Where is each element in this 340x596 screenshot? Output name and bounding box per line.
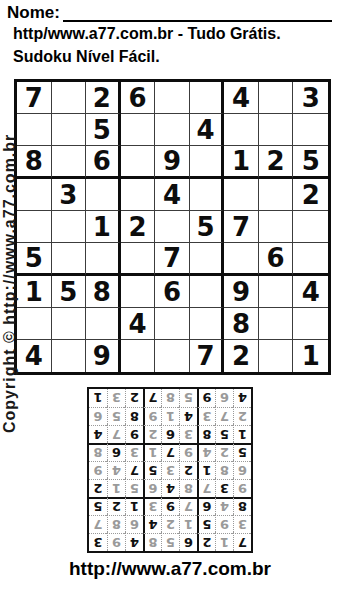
solution-cell-r9c8: 3 (107, 389, 125, 407)
solution-cell-r5c1: 6 (233, 461, 251, 479)
puzzle-cell-r2c2 (52, 114, 87, 146)
puzzle-cell-r4c4 (121, 179, 156, 211)
solution-cell-r4c1: 9 (233, 479, 251, 497)
sudoku-solution-grid-upside-down: 7126584933951246878467931259378465126812… (87, 387, 253, 553)
puzzle-cell-r9c6: 7 (190, 340, 225, 372)
puzzle-cell-r4c9: 2 (293, 179, 328, 211)
solution-cell-r6c1: 5 (233, 443, 251, 461)
solution-cell-r4c4: 8 (179, 479, 197, 497)
puzzle-cell-r2c3: 5 (86, 114, 121, 146)
puzzle-cell-r9c8 (259, 340, 294, 372)
puzzle-cell-r1c8 (259, 82, 294, 114)
puzzle-cell-r4c3 (86, 179, 121, 211)
solution-cell-r5c2: 8 (215, 461, 233, 479)
solution-cell-r2c4: 1 (179, 515, 197, 533)
puzzle-cell-r2c5 (155, 114, 190, 146)
sudoku-puzzle-grid: 726435486912534212575761586944849721 (14, 79, 331, 375)
solution-cell-r9c5: 8 (161, 389, 179, 407)
puzzle-cell-r8c4: 4 (121, 308, 156, 340)
solution-cell-r8c8: 5 (107, 407, 125, 425)
puzzle-cell-r8c1 (17, 308, 52, 340)
puzzle-cell-r5c8 (259, 211, 294, 243)
solution-cell-r4c5: 4 (161, 479, 179, 497)
puzzle-cell-r6c5: 7 (155, 243, 190, 276)
solution-cell-r8c9: 6 (89, 407, 107, 425)
solution-cell-r7c4: 3 (179, 425, 197, 443)
solution-cell-r4c9: 2 (89, 479, 107, 497)
puzzle-cell-r2c7 (224, 114, 259, 146)
puzzle-cell-r8c8 (259, 308, 294, 340)
solution-cell-r1c6: 8 (143, 533, 161, 551)
solution-cell-r7c7: 9 (125, 425, 143, 443)
puzzle-cell-r1c1: 7 (17, 82, 52, 114)
puzzle-cell-r6c7 (224, 243, 259, 276)
site-title: http/www.a77.com.br - Tudo Grátis. (13, 25, 281, 43)
puzzle-cell-r4c2: 3 (52, 179, 87, 211)
puzzle-cell-r1c5 (155, 82, 190, 114)
solution-cell-r3c1: 8 (233, 497, 251, 515)
solution-cell-r7c2: 5 (215, 425, 233, 443)
solution-cell-r2c7: 6 (125, 515, 143, 533)
solution-cell-r2c2: 9 (215, 515, 233, 533)
solution-cell-r5c3: 1 (197, 461, 215, 479)
puzzle-cell-r4c5: 4 (155, 179, 190, 211)
puzzle-cell-r9c9: 1 (293, 340, 328, 372)
puzzle-cell-r5c6: 5 (190, 211, 225, 243)
solution-cell-r4c3: 7 (197, 479, 215, 497)
solution-cell-r7c6: 2 (143, 425, 161, 443)
footer-url: http://www.a77.com.br (0, 558, 340, 580)
puzzle-cell-r8c5 (155, 308, 190, 340)
puzzle-cell-r3c3: 6 (86, 146, 121, 179)
puzzle-cell-r9c4 (121, 340, 156, 372)
puzzle-cell-r5c5 (155, 211, 190, 243)
puzzle-cell-r3c5: 9 (155, 146, 190, 179)
solution-cell-r2c1: 3 (233, 515, 251, 533)
puzzle-cell-r1c6 (190, 82, 225, 114)
solution-cell-r8c4: 4 (179, 407, 197, 425)
puzzle-cell-r4c1 (17, 179, 52, 211)
solution-cell-r8c3: 3 (197, 407, 215, 425)
puzzle-cell-r6c6 (190, 243, 225, 276)
puzzle-cell-r7c4 (121, 276, 156, 308)
solution-cell-r3c7: 1 (125, 497, 143, 515)
name-fill-in-line (63, 4, 332, 22)
puzzle-cell-r7c9: 4 (293, 276, 328, 308)
puzzle-cell-r8c7: 8 (224, 308, 259, 340)
puzzle-cell-r5c1 (17, 211, 52, 243)
solution-cell-r1c2: 1 (215, 533, 233, 551)
puzzle-cell-r2c9 (293, 114, 328, 146)
puzzle-cell-r6c4 (121, 243, 156, 276)
solution-cell-r7c5: 6 (161, 425, 179, 443)
puzzle-cell-r1c4: 6 (121, 82, 156, 114)
puzzle-cell-r3c7: 1 (224, 146, 259, 179)
puzzle-cell-r8c6 (190, 308, 225, 340)
solution-cell-r8c6: 9 (143, 407, 161, 425)
puzzle-cell-r2c6: 4 (190, 114, 225, 146)
solution-cell-r5c8: 4 (107, 461, 125, 479)
puzzle-cell-r9c2 (52, 340, 87, 372)
puzzle-cell-r3c8: 2 (259, 146, 294, 179)
puzzle-cell-r3c6 (190, 146, 225, 179)
puzzle-cell-r6c2 (52, 243, 87, 276)
solution-cell-r4c7: 5 (125, 479, 143, 497)
solution-cell-r9c6: 7 (143, 389, 161, 407)
solution-cell-r7c8: 7 (107, 425, 125, 443)
puzzle-cell-r5c2 (52, 211, 87, 243)
solution-cell-r4c6: 6 (143, 479, 161, 497)
solution-cell-r9c3: 9 (197, 389, 215, 407)
name-label: Nome: (7, 3, 60, 22)
solution-cell-r9c9: 1 (89, 389, 107, 407)
solution-cell-r1c8: 9 (107, 533, 125, 551)
solution-cell-r3c3: 6 (197, 497, 215, 515)
puzzle-cell-r7c1: 1 (17, 276, 52, 308)
puzzle-cell-r5c7: 7 (224, 211, 259, 243)
solution-cell-r1c1: 7 (233, 533, 251, 551)
puzzle-cell-r8c3 (86, 308, 121, 340)
puzzle-cell-r5c9 (293, 211, 328, 243)
puzzle-cell-r1c7: 4 (224, 82, 259, 114)
puzzle-cell-r1c9: 3 (293, 82, 328, 114)
solution-cell-r3c5: 9 (161, 497, 179, 515)
puzzle-cell-r3c9: 5 (293, 146, 328, 179)
puzzle-cell-r9c1: 4 (17, 340, 52, 372)
puzzle-cell-r3c2 (52, 146, 87, 179)
puzzle-cell-r9c3: 9 (86, 340, 121, 372)
puzzle-cell-r2c4 (121, 114, 156, 146)
solution-cell-r1c4: 6 (179, 533, 197, 551)
puzzle-cell-r6c9 (293, 243, 328, 276)
solution-cell-r5c4: 2 (179, 461, 197, 479)
solution-cell-r6c9: 8 (89, 443, 107, 461)
solution-cell-r5c7: 7 (125, 461, 143, 479)
puzzle-cell-r5c3: 1 (86, 211, 121, 243)
puzzle-cell-r7c8 (259, 276, 294, 308)
puzzle-cell-r3c1: 8 (17, 146, 52, 179)
puzzle-cell-r1c2 (52, 82, 87, 114)
sudoku-printable-page: Nome: http/www.a77.com.br - Tudo Grátis.… (0, 0, 340, 596)
solution-cell-r9c7: 2 (125, 389, 143, 407)
solution-cell-r1c3: 2 (197, 533, 215, 551)
solution-cell-r9c1: 4 (233, 389, 251, 407)
solution-cell-r2c6: 4 (143, 515, 161, 533)
solution-cell-r7c9: 4 (89, 425, 107, 443)
solution-cell-r9c4: 5 (179, 389, 197, 407)
solution-cell-r3c8: 2 (107, 497, 125, 515)
puzzle-cell-r9c7: 2 (224, 340, 259, 372)
difficulty-title: Sudoku Nível Fácil. (13, 48, 160, 66)
puzzle-cell-r6c8: 6 (259, 243, 294, 276)
solution-cell-r3c4: 7 (179, 497, 197, 515)
puzzle-cell-r8c9 (293, 308, 328, 340)
solution-cell-r8c5: 1 (161, 407, 179, 425)
solution-cell-r6c5: 7 (161, 443, 179, 461)
puzzle-cell-r7c7: 9 (224, 276, 259, 308)
puzzle-cell-r6c3 (86, 243, 121, 276)
solution-cell-r2c5: 2 (161, 515, 179, 533)
copyright-vertical-text: Copyright © http://www.a77.com.br (1, 134, 19, 433)
solution-cell-r1c9: 3 (89, 533, 107, 551)
solution-cell-r1c5: 5 (161, 533, 179, 551)
puzzle-cell-r4c8 (259, 179, 294, 211)
solution-cell-r4c8: 1 (107, 479, 125, 497)
puzzle-cell-r7c6 (190, 276, 225, 308)
solution-cell-r6c4: 9 (179, 443, 197, 461)
solution-cell-r7c3: 8 (197, 425, 215, 443)
puzzle-cell-r3c4 (121, 146, 156, 179)
puzzle-cell-r7c3: 8 (86, 276, 121, 308)
puzzle-cell-r5c4: 2 (121, 211, 156, 243)
solution-cell-r6c8: 6 (107, 443, 125, 461)
puzzle-cell-r8c2 (52, 308, 87, 340)
solution-cell-r3c6: 3 (143, 497, 161, 515)
solution-cell-r5c9: 9 (89, 461, 107, 479)
solution-cell-r2c8: 8 (107, 515, 125, 533)
solution-cell-r2c3: 5 (197, 515, 215, 533)
puzzle-cell-r7c5: 6 (155, 276, 190, 308)
solution-cell-r6c2: 2 (215, 443, 233, 461)
solution-cell-r4c2: 3 (215, 479, 233, 497)
solution-cell-r2c9: 7 (89, 515, 107, 533)
name-row: Nome: (7, 3, 332, 22)
puzzle-cell-r6c1: 5 (17, 243, 52, 276)
solution-cell-r8c2: 7 (215, 407, 233, 425)
solution-cell-r5c6: 5 (143, 461, 161, 479)
solution-cell-r7c1: 1 (233, 425, 251, 443)
solution-cell-r3c2: 4 (215, 497, 233, 515)
puzzle-cell-r2c8 (259, 114, 294, 146)
solution-cell-r3c9: 5 (89, 497, 107, 515)
solution-cell-r1c7: 4 (125, 533, 143, 551)
puzzle-cell-r2c1 (17, 114, 52, 146)
solution-cell-r8c7: 8 (125, 407, 143, 425)
puzzle-cell-r4c7 (224, 179, 259, 211)
puzzle-cell-r1c3: 2 (86, 82, 121, 114)
solution-cell-r5c5: 3 (161, 461, 179, 479)
solution-cell-r9c2: 6 (215, 389, 233, 407)
solution-cell-r6c3: 4 (197, 443, 215, 461)
puzzle-cell-r9c5 (155, 340, 190, 372)
puzzle-cell-r7c2: 5 (52, 276, 87, 308)
solution-cell-r6c7: 3 (125, 443, 143, 461)
puzzle-cell-r4c6 (190, 179, 225, 211)
solution-cell-r6c6: 1 (143, 443, 161, 461)
solution-cell-r8c1: 2 (233, 407, 251, 425)
